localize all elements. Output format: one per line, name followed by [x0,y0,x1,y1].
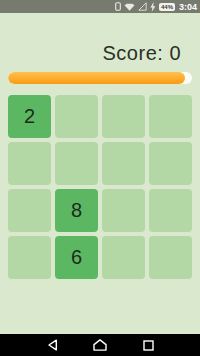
tile-8: 8 [55,189,98,232]
recents-icon [143,340,154,351]
progress-bar-track [8,72,192,84]
empty-cell [149,189,192,232]
empty-cell [55,142,98,185]
home-icon [93,339,107,351]
recents-button[interactable] [136,334,160,356]
empty-cell [55,95,98,138]
empty-cell [149,236,192,279]
nav-bar [0,334,200,356]
battery-icon: 44% [159,3,175,11]
empty-cell [8,189,51,232]
status-clock: 3:04 [179,2,197,12]
empty-cell [8,142,51,185]
empty-cell [149,95,192,138]
tile-2: 2 [8,95,51,138]
battery-percent: 44% [161,3,173,11]
empty-cell [102,95,145,138]
empty-cell [102,236,145,279]
back-icon [47,339,58,351]
game-app-area: Score: 0 286 [0,13,200,334]
progress-bar-fill [8,72,185,84]
tile-6: 6 [55,236,98,279]
home-button[interactable] [88,334,112,356]
back-button[interactable] [40,334,64,356]
score-text: Score: 0 [0,42,200,64]
empty-cell [102,142,145,185]
empty-cell [149,142,192,185]
cell-signal-icon [138,2,147,11]
status-bar: 44% 3:04 [0,0,200,13]
wifi-icon [124,2,135,11]
empty-cell [102,189,145,232]
notification-rect-icon [115,2,121,11]
phone-screen: 44% 3:04 Score: 0 286 [0,0,200,356]
empty-cell [8,236,51,279]
board[interactable]: 286 [0,95,200,279]
charging-bolt-icon [150,2,156,12]
